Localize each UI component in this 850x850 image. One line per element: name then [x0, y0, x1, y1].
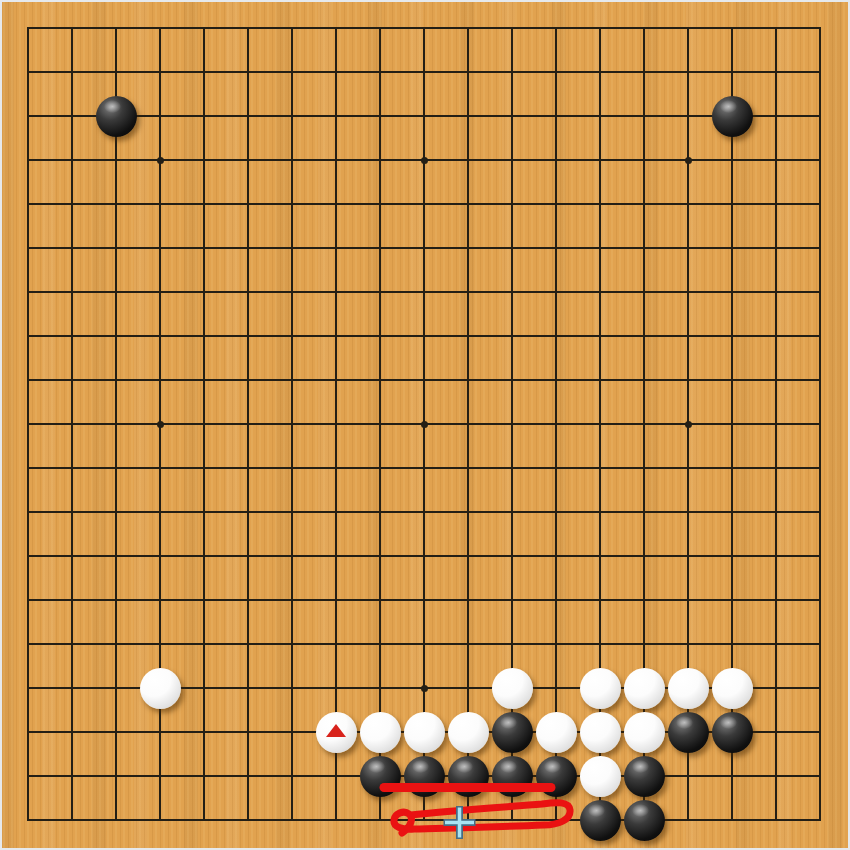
intersection[interactable]	[358, 138, 402, 182]
intersection[interactable]	[754, 182, 798, 226]
intersection[interactable]	[226, 754, 270, 798]
intersection[interactable]	[6, 446, 50, 490]
intersection[interactable]	[50, 490, 94, 534]
intersection[interactable]	[226, 50, 270, 94]
intersection[interactable]	[798, 94, 842, 138]
intersection[interactable]	[490, 182, 534, 226]
intersection[interactable]	[314, 446, 358, 490]
intersection[interactable]	[226, 358, 270, 402]
intersection[interactable]	[666, 50, 710, 94]
white-stone[interactable]	[492, 668, 533, 709]
intersection[interactable]	[314, 490, 358, 534]
intersection[interactable]	[490, 446, 534, 490]
intersection[interactable]	[754, 402, 798, 446]
intersection[interactable]	[534, 6, 578, 50]
intersection[interactable]	[94, 666, 138, 710]
intersection[interactable]	[270, 358, 314, 402]
intersection[interactable]	[798, 402, 842, 446]
intersection[interactable]	[182, 754, 226, 798]
intersection[interactable]	[798, 446, 842, 490]
intersection[interactable]	[446, 182, 490, 226]
white-stone[interactable]	[712, 668, 753, 709]
intersection[interactable]	[182, 138, 226, 182]
intersection[interactable]	[578, 402, 622, 446]
intersection[interactable]	[666, 754, 710, 798]
intersection[interactable]	[402, 94, 446, 138]
intersection[interactable]	[50, 6, 94, 50]
intersection[interactable]	[534, 798, 578, 842]
intersection[interactable]	[534, 270, 578, 314]
intersection[interactable]	[754, 534, 798, 578]
intersection[interactable]	[622, 94, 666, 138]
intersection[interactable]	[622, 314, 666, 358]
intersection[interactable]	[138, 94, 182, 138]
black-stone[interactable]	[712, 712, 753, 753]
intersection[interactable]	[622, 798, 666, 842]
intersection[interactable]	[138, 534, 182, 578]
intersection[interactable]	[94, 270, 138, 314]
intersection[interactable]	[622, 6, 666, 50]
intersection[interactable]	[710, 270, 754, 314]
intersection[interactable]	[798, 622, 842, 666]
intersection[interactable]	[138, 578, 182, 622]
intersection[interactable]	[754, 138, 798, 182]
intersection[interactable]	[138, 490, 182, 534]
intersection[interactable]	[50, 226, 94, 270]
white-stone[interactable]	[668, 668, 709, 709]
intersection[interactable]	[710, 798, 754, 842]
intersection[interactable]	[270, 314, 314, 358]
white-stone[interactable]	[536, 712, 577, 753]
intersection[interactable]	[666, 446, 710, 490]
intersection[interactable]	[402, 402, 446, 446]
intersection[interactable]	[6, 270, 50, 314]
intersection[interactable]	[622, 446, 666, 490]
intersection[interactable]	[182, 94, 226, 138]
intersection[interactable]	[622, 754, 666, 798]
intersection[interactable]	[490, 50, 534, 94]
intersection[interactable]	[314, 314, 358, 358]
intersection[interactable]	[710, 666, 754, 710]
intersection[interactable]	[358, 534, 402, 578]
intersection[interactable]	[6, 666, 50, 710]
intersection[interactable]	[50, 710, 94, 754]
intersection[interactable]	[710, 138, 754, 182]
intersection[interactable]	[402, 358, 446, 402]
intersection[interactable]	[182, 182, 226, 226]
black-stone[interactable]	[404, 756, 445, 797]
black-stone[interactable]	[624, 756, 665, 797]
intersection[interactable]	[446, 314, 490, 358]
intersection[interactable]	[94, 138, 138, 182]
intersection[interactable]	[402, 182, 446, 226]
intersection[interactable]	[358, 270, 402, 314]
intersection[interactable]	[226, 578, 270, 622]
intersection[interactable]	[798, 666, 842, 710]
intersection[interactable]	[490, 710, 534, 754]
intersection[interactable]	[710, 182, 754, 226]
intersection[interactable]	[534, 182, 578, 226]
intersection[interactable]	[270, 490, 314, 534]
intersection[interactable]	[622, 402, 666, 446]
intersection[interactable]	[402, 578, 446, 622]
intersection[interactable]	[622, 358, 666, 402]
intersection[interactable]	[358, 6, 402, 50]
intersection[interactable]	[270, 710, 314, 754]
intersection[interactable]	[710, 402, 754, 446]
intersection[interactable]	[182, 358, 226, 402]
black-stone[interactable]	[96, 96, 137, 137]
intersection[interactable]	[710, 358, 754, 402]
intersection[interactable]	[226, 138, 270, 182]
black-stone[interactable]	[668, 712, 709, 753]
intersection[interactable]	[226, 622, 270, 666]
intersection[interactable]	[710, 534, 754, 578]
intersection[interactable]	[798, 314, 842, 358]
intersection[interactable]	[358, 50, 402, 94]
black-stone[interactable]	[536, 756, 577, 797]
intersection[interactable]	[622, 226, 666, 270]
intersection[interactable]	[578, 358, 622, 402]
intersection[interactable]	[754, 622, 798, 666]
intersection[interactable]	[446, 358, 490, 402]
intersection[interactable]	[270, 402, 314, 446]
intersection[interactable]	[6, 534, 50, 578]
intersection[interactable]	[534, 402, 578, 446]
intersection[interactable]	[402, 446, 446, 490]
intersection[interactable]	[314, 182, 358, 226]
intersection[interactable]	[314, 666, 358, 710]
intersection[interactable]	[666, 226, 710, 270]
intersection[interactable]	[666, 622, 710, 666]
intersection[interactable]	[50, 622, 94, 666]
intersection[interactable]	[358, 666, 402, 710]
black-stone[interactable]	[624, 800, 665, 841]
intersection[interactable]	[490, 358, 534, 402]
intersection[interactable]	[490, 578, 534, 622]
intersection[interactable]	[578, 6, 622, 50]
intersection[interactable]	[226, 446, 270, 490]
intersection[interactable]	[622, 534, 666, 578]
intersection[interactable]	[754, 6, 798, 50]
intersection[interactable]	[138, 402, 182, 446]
intersection[interactable]	[358, 446, 402, 490]
intersection[interactable]	[710, 578, 754, 622]
intersection[interactable]	[50, 754, 94, 798]
intersection[interactable]	[798, 226, 842, 270]
intersection[interactable]	[270, 182, 314, 226]
intersection[interactable]	[314, 622, 358, 666]
intersection[interactable]	[226, 314, 270, 358]
intersection[interactable]	[798, 490, 842, 534]
intersection[interactable]	[182, 622, 226, 666]
intersection[interactable]	[490, 490, 534, 534]
intersection[interactable]	[6, 798, 50, 842]
intersection[interactable]	[314, 402, 358, 446]
intersection[interactable]	[490, 798, 534, 842]
intersection[interactable]	[402, 6, 446, 50]
intersection[interactable]	[50, 666, 94, 710]
intersection[interactable]	[182, 270, 226, 314]
intersection[interactable]	[226, 6, 270, 50]
intersection[interactable]	[534, 358, 578, 402]
intersection[interactable]	[490, 138, 534, 182]
intersection[interactable]	[182, 710, 226, 754]
intersection[interactable]	[666, 578, 710, 622]
intersection[interactable]	[94, 798, 138, 842]
intersection[interactable]	[270, 270, 314, 314]
intersection[interactable]	[534, 622, 578, 666]
intersection[interactable]	[798, 754, 842, 798]
intersection[interactable]	[314, 754, 358, 798]
intersection[interactable]	[182, 226, 226, 270]
intersection[interactable]	[446, 490, 490, 534]
intersection[interactable]	[358, 314, 402, 358]
intersection[interactable]	[622, 622, 666, 666]
intersection[interactable]	[754, 490, 798, 534]
intersection[interactable]	[710, 446, 754, 490]
intersection[interactable]	[402, 138, 446, 182]
intersection[interactable]	[446, 578, 490, 622]
intersection[interactable]	[94, 710, 138, 754]
intersection[interactable]	[754, 578, 798, 622]
intersection[interactable]	[270, 534, 314, 578]
intersection[interactable]	[490, 754, 534, 798]
intersection[interactable]	[358, 754, 402, 798]
intersection[interactable]	[754, 50, 798, 94]
intersection[interactable]	[94, 446, 138, 490]
black-stone[interactable]	[360, 756, 401, 797]
intersection[interactable]	[314, 138, 358, 182]
intersection[interactable]	[94, 754, 138, 798]
intersection[interactable]	[578, 578, 622, 622]
intersection[interactable]	[6, 94, 50, 138]
intersection[interactable]	[270, 754, 314, 798]
intersection[interactable]	[314, 6, 358, 50]
intersection[interactable]	[6, 490, 50, 534]
intersection[interactable]	[358, 490, 402, 534]
intersection[interactable]	[622, 578, 666, 622]
intersection[interactable]	[182, 314, 226, 358]
intersection[interactable]	[94, 534, 138, 578]
intersection[interactable]	[710, 94, 754, 138]
intersection[interactable]	[534, 578, 578, 622]
intersection[interactable]	[710, 314, 754, 358]
intersection[interactable]	[446, 270, 490, 314]
intersection[interactable]	[138, 6, 182, 50]
intersection[interactable]	[50, 270, 94, 314]
intersection[interactable]	[270, 50, 314, 94]
intersection[interactable]	[754, 446, 798, 490]
intersection[interactable]	[666, 358, 710, 402]
intersection[interactable]	[50, 402, 94, 446]
intersection[interactable]	[666, 666, 710, 710]
intersection[interactable]	[534, 50, 578, 94]
intersection[interactable]	[182, 578, 226, 622]
intersection[interactable]	[94, 490, 138, 534]
intersection[interactable]	[138, 710, 182, 754]
intersection[interactable]	[226, 490, 270, 534]
intersection[interactable]	[578, 666, 622, 710]
intersection[interactable]	[138, 798, 182, 842]
intersection[interactable]	[490, 666, 534, 710]
white-stone[interactable]	[360, 712, 401, 753]
intersection[interactable]	[138, 622, 182, 666]
intersection[interactable]	[6, 622, 50, 666]
intersection[interactable]	[710, 622, 754, 666]
intersection[interactable]	[270, 446, 314, 490]
intersection[interactable]	[226, 182, 270, 226]
intersection[interactable]	[446, 226, 490, 270]
intersection[interactable]	[270, 138, 314, 182]
intersection[interactable]	[754, 710, 798, 754]
intersection[interactable]	[314, 94, 358, 138]
intersection[interactable]	[6, 754, 50, 798]
intersection[interactable]	[402, 314, 446, 358]
intersection[interactable]	[622, 490, 666, 534]
intersection[interactable]	[490, 534, 534, 578]
intersection[interactable]	[358, 226, 402, 270]
intersection[interactable]	[94, 402, 138, 446]
white-stone[interactable]	[140, 668, 181, 709]
intersection[interactable]	[50, 358, 94, 402]
intersection[interactable]	[314, 798, 358, 842]
intersection[interactable]	[798, 534, 842, 578]
intersection[interactable]	[490, 270, 534, 314]
intersection[interactable]	[138, 754, 182, 798]
intersection[interactable]	[798, 270, 842, 314]
intersection[interactable]	[6, 182, 50, 226]
intersection[interactable]	[446, 798, 490, 842]
intersection[interactable]	[138, 358, 182, 402]
intersection[interactable]	[358, 578, 402, 622]
intersection[interactable]	[94, 182, 138, 226]
intersection[interactable]	[94, 622, 138, 666]
intersection[interactable]	[182, 798, 226, 842]
intersection[interactable]	[182, 50, 226, 94]
intersection[interactable]	[666, 314, 710, 358]
intersection[interactable]	[358, 710, 402, 754]
intersection[interactable]	[754, 798, 798, 842]
intersection[interactable]	[798, 182, 842, 226]
intersection[interactable]	[534, 446, 578, 490]
intersection[interactable]	[402, 622, 446, 666]
intersection[interactable]	[578, 534, 622, 578]
intersection[interactable]	[534, 226, 578, 270]
intersection[interactable]	[754, 358, 798, 402]
intersection[interactable]	[490, 402, 534, 446]
black-stone[interactable]	[448, 756, 489, 797]
intersection[interactable]	[446, 622, 490, 666]
white-stone[interactable]	[580, 712, 621, 753]
intersection[interactable]	[798, 358, 842, 402]
intersection[interactable]	[358, 94, 402, 138]
intersection[interactable]	[314, 710, 358, 754]
intersection[interactable]	[710, 50, 754, 94]
intersection[interactable]	[490, 622, 534, 666]
intersection[interactable]	[6, 6, 50, 50]
intersection[interactable]	[182, 534, 226, 578]
intersection[interactable]	[402, 754, 446, 798]
intersection[interactable]	[402, 226, 446, 270]
intersection[interactable]	[666, 798, 710, 842]
intersection[interactable]	[138, 446, 182, 490]
intersection[interactable]	[94, 50, 138, 94]
intersection[interactable]	[490, 94, 534, 138]
intersection[interactable]	[754, 314, 798, 358]
intersection[interactable]	[666, 402, 710, 446]
intersection[interactable]	[578, 182, 622, 226]
white-stone[interactable]	[624, 712, 665, 753]
intersection[interactable]	[402, 666, 446, 710]
intersection[interactable]	[50, 94, 94, 138]
black-stone[interactable]	[712, 96, 753, 137]
intersection[interactable]	[138, 666, 182, 710]
intersection[interactable]	[578, 270, 622, 314]
intersection[interactable]	[358, 182, 402, 226]
intersection[interactable]	[138, 314, 182, 358]
intersection[interactable]	[50, 314, 94, 358]
intersection[interactable]	[798, 138, 842, 182]
intersection[interactable]	[578, 94, 622, 138]
intersection[interactable]	[578, 754, 622, 798]
intersection[interactable]	[446, 138, 490, 182]
intersection[interactable]	[578, 710, 622, 754]
white-stone[interactable]	[580, 756, 621, 797]
intersection[interactable]	[6, 138, 50, 182]
intersection[interactable]	[622, 710, 666, 754]
intersection[interactable]	[754, 754, 798, 798]
intersection[interactable]	[270, 666, 314, 710]
intersection[interactable]	[622, 138, 666, 182]
intersection[interactable]	[402, 798, 446, 842]
intersection[interactable]	[666, 710, 710, 754]
intersection[interactable]	[6, 402, 50, 446]
intersection[interactable]	[798, 50, 842, 94]
intersection[interactable]	[446, 666, 490, 710]
intersection[interactable]	[490, 226, 534, 270]
intersection[interactable]	[666, 6, 710, 50]
intersection[interactable]	[270, 798, 314, 842]
intersection[interactable]	[226, 666, 270, 710]
intersection[interactable]	[226, 270, 270, 314]
intersection[interactable]	[446, 710, 490, 754]
intersection[interactable]	[226, 534, 270, 578]
intersection[interactable]	[754, 270, 798, 314]
intersection[interactable]	[50, 578, 94, 622]
intersection[interactable]	[578, 798, 622, 842]
intersection[interactable]	[578, 50, 622, 94]
intersection[interactable]	[50, 798, 94, 842]
intersection[interactable]	[270, 94, 314, 138]
intersection[interactable]	[446, 50, 490, 94]
intersection[interactable]	[534, 666, 578, 710]
intersection[interactable]	[138, 270, 182, 314]
intersection[interactable]	[226, 798, 270, 842]
intersection[interactable]	[50, 182, 94, 226]
intersection[interactable]	[534, 534, 578, 578]
intersection[interactable]	[50, 534, 94, 578]
intersection[interactable]	[270, 622, 314, 666]
intersection[interactable]	[446, 446, 490, 490]
intersection[interactable]	[94, 578, 138, 622]
intersection[interactable]	[6, 226, 50, 270]
intersection[interactable]	[622, 182, 666, 226]
intersection[interactable]	[534, 754, 578, 798]
intersection[interactable]	[446, 6, 490, 50]
intersection[interactable]	[314, 270, 358, 314]
intersection[interactable]	[226, 94, 270, 138]
